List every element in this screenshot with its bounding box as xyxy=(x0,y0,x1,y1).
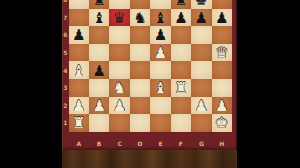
square-c2[interactable]: ♟ xyxy=(109,97,129,115)
file-label: G xyxy=(191,139,211,148)
square-a7[interactable] xyxy=(69,9,89,27)
file-label: D xyxy=(130,139,150,148)
square-a2[interactable]: ♟ xyxy=(69,97,89,115)
piece-black-pawn[interactable]: ♟ xyxy=(174,10,187,25)
square-h1[interactable]: ♚ xyxy=(212,114,232,132)
square-b8[interactable]: ♜ xyxy=(89,0,109,9)
square-e2[interactable] xyxy=(150,97,170,115)
rank-label: 6 xyxy=(62,26,69,44)
piece-white-pawn[interactable]: ♟ xyxy=(215,98,228,113)
piece-black-pawn[interactable]: ♟ xyxy=(195,10,208,25)
rank-label: 3 xyxy=(62,79,69,97)
square-d5[interactable] xyxy=(130,44,150,62)
square-f5[interactable] xyxy=(171,44,191,62)
piece-black-pawn[interactable]: ♟ xyxy=(215,10,228,25)
piece-white-pawn[interactable]: ♟ xyxy=(113,98,126,113)
square-b2[interactable]: ♟ xyxy=(89,97,109,115)
piece-black-bishop[interactable]: ♝ xyxy=(154,10,167,25)
file-label: F xyxy=(171,139,191,148)
square-c3[interactable]: ♞ xyxy=(109,79,129,97)
square-d7[interactable]: ♞ xyxy=(130,9,150,27)
file-label: C xyxy=(109,139,129,148)
square-h7[interactable]: ♟ xyxy=(212,9,232,27)
square-a4[interactable]: ♝ xyxy=(69,61,89,79)
square-a5[interactable] xyxy=(69,44,89,62)
square-g3[interactable] xyxy=(191,79,211,97)
rank-label: 1 xyxy=(62,114,69,132)
square-e8[interactable] xyxy=(150,0,170,9)
piece-white-bishop[interactable]: ♝ xyxy=(154,81,167,96)
screenshot-background: ♜♜♚♝♛♞♝♟♟♟♟♟♟♛♝♟♞♝♜♟♟♟♟♟♜♚ 87654321 ABCD… xyxy=(0,0,300,168)
piece-black-pawn[interactable]: ♟ xyxy=(72,28,85,43)
piece-black-king[interactable]: ♚ xyxy=(195,0,208,8)
square-e3[interactable]: ♝ xyxy=(150,79,170,97)
square-a6[interactable]: ♟ xyxy=(69,26,89,44)
square-b4[interactable]: ♟ xyxy=(89,61,109,79)
square-c7[interactable]: ♛ xyxy=(109,9,129,27)
square-e1[interactable] xyxy=(150,114,170,132)
rank-labels: 87654321 xyxy=(62,0,69,132)
square-a1[interactable]: ♜ xyxy=(69,114,89,132)
piece-black-queen[interactable]: ♛ xyxy=(113,10,126,25)
rank-label: 8 xyxy=(62,0,69,9)
square-d3[interactable] xyxy=(130,79,150,97)
square-b7[interactable]: ♝ xyxy=(89,9,109,27)
square-g7[interactable]: ♟ xyxy=(191,9,211,27)
square-d4[interactable] xyxy=(130,61,150,79)
file-labels: ABCDEFGH xyxy=(69,139,233,148)
square-e7[interactable]: ♝ xyxy=(150,9,170,27)
piece-white-rook[interactable]: ♜ xyxy=(72,116,85,131)
square-f3[interactable]: ♜ xyxy=(171,79,191,97)
file-label: E xyxy=(150,139,170,148)
square-g5[interactable] xyxy=(191,44,211,62)
chess-board-frame: ♜♜♚♝♛♞♝♟♟♟♟♟♟♛♝♟♞♝♜♟♟♟♟♟♜♚ 87654321 ABCD… xyxy=(62,0,237,150)
piece-white-knight[interactable]: ♞ xyxy=(113,81,126,96)
piece-black-pawn[interactable]: ♟ xyxy=(92,63,105,78)
rank-label: 2 xyxy=(62,97,69,115)
rank-label: 7 xyxy=(62,9,69,27)
piece-black-bishop[interactable]: ♝ xyxy=(92,10,105,25)
square-a3[interactable] xyxy=(69,79,89,97)
square-b3[interactable] xyxy=(89,79,109,97)
square-h5[interactable]: ♛ xyxy=(212,44,232,62)
piece-white-queen[interactable]: ♛ xyxy=(215,46,228,61)
square-g1[interactable] xyxy=(191,114,211,132)
piece-black-knight[interactable]: ♞ xyxy=(133,10,146,25)
square-f8[interactable]: ♜ xyxy=(171,0,191,9)
chess-board: ♜♜♚♝♛♞♝♟♟♟♟♟♟♛♝♟♞♝♜♟♟♟♟♟♜♚ xyxy=(69,0,233,132)
square-g4[interactable] xyxy=(191,61,211,79)
square-c5[interactable] xyxy=(109,44,129,62)
square-f1[interactable] xyxy=(171,114,191,132)
piece-black-rook[interactable]: ♜ xyxy=(174,0,187,8)
square-c4[interactable] xyxy=(109,61,129,79)
piece-white-rook[interactable]: ♜ xyxy=(174,81,187,96)
square-f2[interactable] xyxy=(171,97,191,115)
square-e5[interactable]: ♟ xyxy=(150,44,170,62)
square-h6[interactable] xyxy=(212,26,232,44)
file-label: A xyxy=(69,139,89,148)
square-d6[interactable] xyxy=(130,26,150,44)
file-label: H xyxy=(212,139,232,148)
piece-white-pawn[interactable]: ♟ xyxy=(154,46,167,61)
square-f4[interactable] xyxy=(171,61,191,79)
square-f6[interactable] xyxy=(171,26,191,44)
square-b1[interactable] xyxy=(89,114,109,132)
square-a8[interactable] xyxy=(69,0,89,9)
square-g8[interactable]: ♚ xyxy=(191,0,211,9)
square-c8[interactable] xyxy=(109,0,129,9)
file-label: B xyxy=(89,139,109,148)
square-h4[interactable] xyxy=(212,61,232,79)
piece-white-pawn[interactable]: ♟ xyxy=(195,98,208,113)
square-h2[interactable]: ♟ xyxy=(212,97,232,115)
square-c1[interactable] xyxy=(109,114,129,132)
piece-black-pawn[interactable]: ♟ xyxy=(154,28,167,43)
piece-white-pawn[interactable]: ♟ xyxy=(92,98,105,113)
square-g2[interactable]: ♟ xyxy=(191,97,211,115)
square-c6[interactable] xyxy=(109,26,129,44)
square-e6[interactable]: ♟ xyxy=(150,26,170,44)
square-d2[interactable] xyxy=(130,97,150,115)
square-f7[interactable]: ♟ xyxy=(171,9,191,27)
piece-white-pawn[interactable]: ♟ xyxy=(72,98,85,113)
square-b6[interactable] xyxy=(89,26,109,44)
square-b5[interactable] xyxy=(89,44,109,62)
rank-label: 4 xyxy=(62,61,69,79)
square-d8[interactable] xyxy=(130,0,150,9)
square-g6[interactable] xyxy=(191,26,211,44)
square-h8[interactable] xyxy=(212,0,232,9)
piece-white-bishop[interactable]: ♝ xyxy=(72,63,85,78)
square-e4[interactable] xyxy=(150,61,170,79)
piece-white-king[interactable]: ♚ xyxy=(215,116,228,131)
piece-black-rook[interactable]: ♜ xyxy=(92,0,105,8)
square-d1[interactable] xyxy=(130,114,150,132)
rank-label: 5 xyxy=(62,44,69,62)
square-h3[interactable] xyxy=(212,79,232,97)
